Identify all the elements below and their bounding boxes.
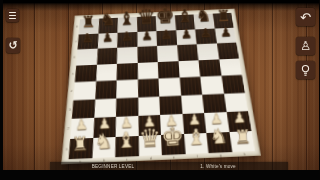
black-bishop-c8[interactable]: ♝ [117,9,137,28]
difficulty-level-label: BEGINNER LEVEL [92,163,134,170]
letterbox-bottom [0,170,320,180]
hint-button[interactable] [296,61,315,79]
black-queen-d8[interactable]: ♛ [136,6,156,27]
black-king-e8[interactable]: ♚ [155,4,175,26]
black-knight-b8[interactable]: ♞ [98,11,118,29]
black-rook-h8[interactable]: ♜ [213,8,233,24]
black-rook-a8[interactable]: ♜ [78,14,98,30]
black-pawn-h7[interactable]: ♟ [215,26,235,39]
black-bishop-f8[interactable]: ♝ [175,7,195,26]
black-pawn-a7[interactable]: ♟ [77,32,97,45]
undo-arrow-icon: ↶ [300,10,311,25]
black-knight-g8[interactable]: ♞ [194,7,214,25]
black-pawn-f7[interactable]: ♟ [176,27,196,40]
menu-button[interactable] [6,9,19,22]
pawn-icon: ♙ [300,39,311,53]
pieces-layer: ♜♞♝♛♚♝♞♜♟♟♟♟♟♟♟♟♟♟♟♟♟♟♟♟♜♞♝♛♚♝♞♜ [69,13,256,160]
white-bishop-c1[interactable]: ♝ [114,129,138,152]
restart-icon: ↺ [8,39,17,52]
white-knight-b1[interactable]: ♞ [91,131,115,153]
white-queen-d1[interactable]: ♛ [137,125,161,151]
pieces-button[interactable]: ♙ [296,37,315,55]
lightbulb-icon [300,64,311,77]
white-bishop-f1[interactable]: ♝ [184,126,208,149]
undo-button[interactable]: ↶ [296,8,315,26]
white-king-e1[interactable]: ♚ [160,123,184,150]
hamburger-icon [9,12,17,19]
letterbox-left [0,0,3,180]
black-pawn-b7[interactable]: ♟ [97,31,117,44]
black-pawn-e7[interactable]: ♟ [156,28,176,41]
white-knight-g1[interactable]: ♞ [207,126,231,148]
white-pawn-a2[interactable]: ♟ [70,118,93,133]
black-pawn-g7[interactable]: ♟ [196,26,216,39]
move-status-label: 1. White's move [200,163,235,170]
black-pawn-d7[interactable]: ♟ [136,29,156,42]
black-pawn-c7[interactable]: ♟ [117,30,137,43]
restart-button[interactable]: ↺ [6,38,20,53]
white-pawn-h2[interactable]: ♟ [228,111,251,126]
white-rook-h1[interactable]: ♜ [230,127,254,147]
chess-board[interactable]: abcdefgh 87654321 ♜♞♝♛♚♝♞♜♟♟♟♟♟♟♟♟♟♟♟♟♟♟… [61,9,261,165]
white-rook-a1[interactable]: ♜ [68,134,92,154]
chess-board-wrap: abcdefgh 87654321 ♜♞♝♛♚♝♞♜♟♟♟♟♟♟♟♟♟♟♟♟♟♟… [0,0,320,180]
